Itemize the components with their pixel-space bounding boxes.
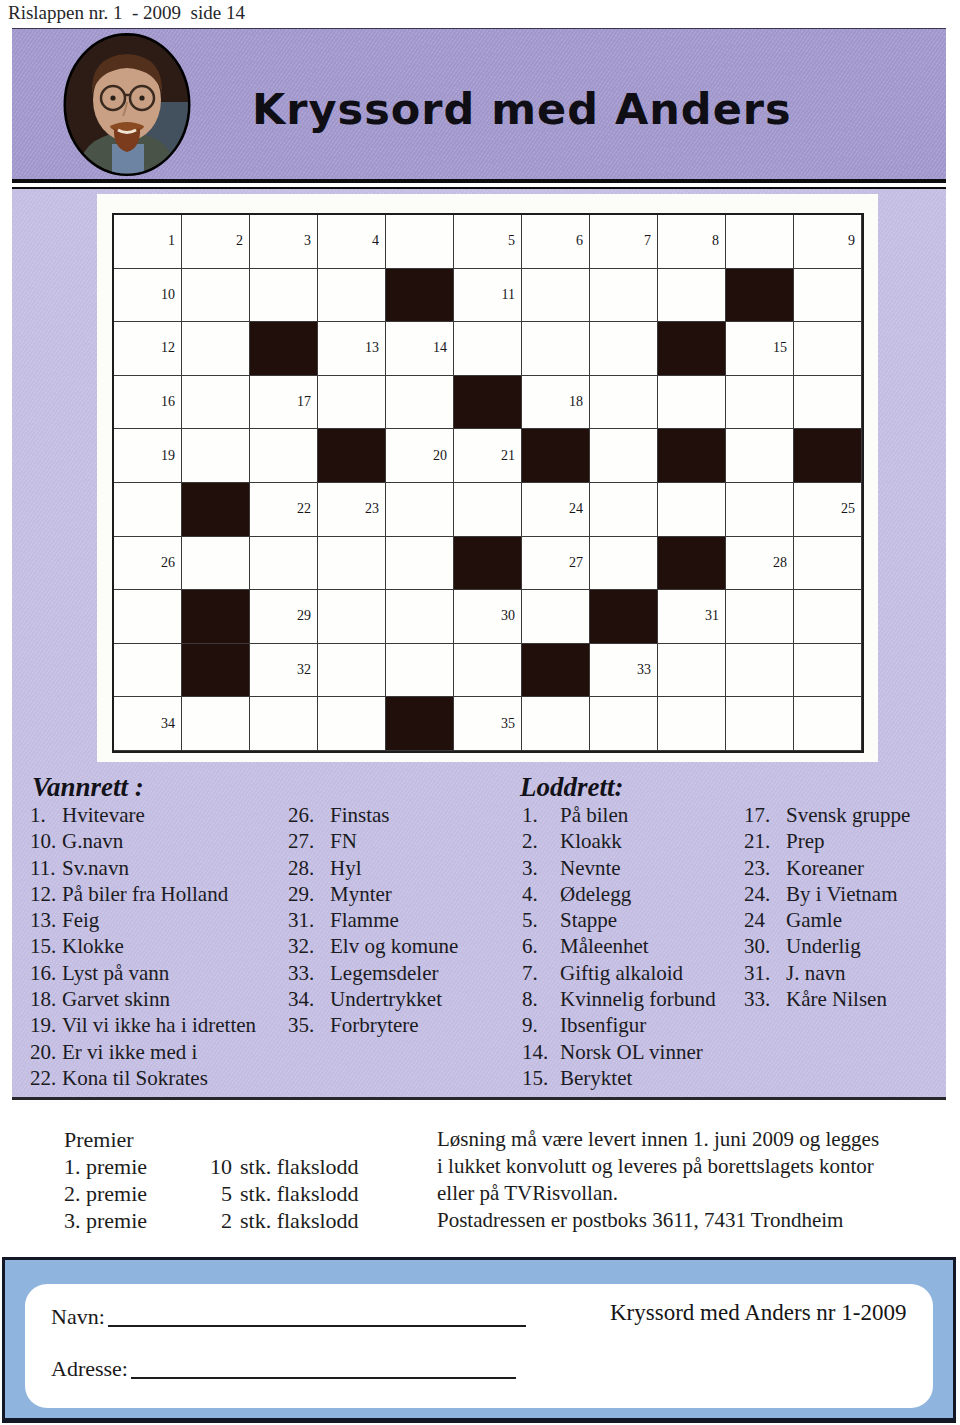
grid-cell-r3c5[interactable]: 14 bbox=[386, 322, 454, 376]
across-clue-15: 15.Klokke bbox=[30, 933, 256, 959]
clue-number-28: 28 bbox=[773, 555, 787, 571]
clue-item-number: 33. bbox=[744, 986, 786, 1012]
grid-cell-r10c4[interactable] bbox=[318, 697, 386, 751]
across-clue-26: 26.Finstas bbox=[288, 802, 458, 828]
clue-item-number: 8. bbox=[522, 986, 560, 1012]
clue-number-33: 33 bbox=[637, 662, 651, 678]
delivery-line-4: Postadressen er postboks 3611, 7431 Tron… bbox=[437, 1207, 937, 1234]
grid-cell-r8c10[interactable] bbox=[726, 590, 794, 644]
clue-number-35: 35 bbox=[501, 716, 515, 732]
clue-item-text: Kåre Nilsen bbox=[786, 986, 887, 1012]
grid-cell-r9c2 bbox=[182, 644, 250, 698]
clue-item-number: 1. bbox=[522, 802, 560, 828]
across-clue-12: 12.På biler fra Holland bbox=[30, 881, 256, 907]
clue-item-number: 32. bbox=[288, 933, 330, 959]
clue-item-text: Forbrytere bbox=[330, 1012, 419, 1038]
grid-cell-r3c1[interactable]: 12 bbox=[114, 322, 182, 376]
down-clue-17: 17.Svensk gruppe bbox=[744, 802, 910, 828]
grid-cell-r5c8[interactable] bbox=[590, 429, 658, 483]
grid-cell-r6c8[interactable] bbox=[590, 483, 658, 537]
grid-cell-r7c4[interactable] bbox=[318, 537, 386, 591]
across-clue-1: 1.Hvitevare bbox=[30, 802, 256, 828]
grid-cell-r1c5[interactable] bbox=[386, 215, 454, 269]
clue-item-text: Mynter bbox=[330, 881, 392, 907]
down-heading: Loddrett: bbox=[520, 772, 623, 803]
clue-item-text: Norsk OL vinner bbox=[560, 1039, 703, 1065]
across-clue-33: 33.Legemsdeler bbox=[288, 960, 458, 986]
down-clue-7: 7.Giftig alkaloid bbox=[522, 960, 716, 986]
clue-item-text: Feig bbox=[62, 907, 99, 933]
prize-label: 3. premie bbox=[64, 1207, 204, 1234]
grid-cell-r4c3[interactable]: 17 bbox=[250, 376, 318, 430]
down-clue-15: 15.Beryktet bbox=[522, 1065, 716, 1091]
down-clue-24: 24.By i Vietnam bbox=[744, 881, 910, 907]
clue-item-text: Hvitevare bbox=[62, 802, 145, 828]
grid-cell-r6c2 bbox=[182, 483, 250, 537]
clue-item-number: 31. bbox=[744, 960, 786, 986]
grid-cell-r9c1[interactable] bbox=[114, 644, 182, 698]
grid-cell-r2c8[interactable] bbox=[590, 269, 658, 323]
clue-item-number: 22. bbox=[30, 1065, 62, 1091]
prize-unit: stk. flakslodd bbox=[240, 1153, 359, 1180]
clue-item-text: Prep bbox=[786, 828, 825, 854]
down-clue-33: 33.Kåre Nilsen bbox=[744, 986, 910, 1012]
clue-item-number: 9. bbox=[522, 1012, 560, 1038]
grid-cell-r3c2[interactable] bbox=[182, 322, 250, 376]
clue-item-number: 5. bbox=[522, 907, 560, 933]
grid-cell-r2c4[interactable] bbox=[318, 269, 386, 323]
grid-cell-r8c6[interactable]: 30 bbox=[454, 590, 522, 644]
grid-cell-r9c9[interactable] bbox=[658, 644, 726, 698]
grid-cell-r8c2 bbox=[182, 590, 250, 644]
grid-cell-r6c10[interactable] bbox=[726, 483, 794, 537]
across-clue-31: 31.Flamme bbox=[288, 907, 458, 933]
clue-item-number: 2. bbox=[522, 828, 560, 854]
grid-cell-r2c11[interactable] bbox=[794, 269, 862, 323]
clue-number-30: 30 bbox=[501, 608, 515, 624]
clue-item-number: 24 bbox=[744, 907, 786, 933]
grid-cell-r10c8[interactable] bbox=[590, 697, 658, 751]
prize-label: 2. premie bbox=[64, 1180, 204, 1207]
grid-cell-r2c2[interactable] bbox=[182, 269, 250, 323]
form-caption: Kryssord med Anders nr 1-2009 bbox=[610, 1300, 906, 1326]
grid-cell-r5c1[interactable]: 19 bbox=[114, 429, 182, 483]
grid-cell-r10c3[interactable] bbox=[250, 697, 318, 751]
entry-form-band: Navn: Kryssord med Anders nr 1-2009 Adre… bbox=[2, 1257, 956, 1423]
grid-cell-r9c7 bbox=[522, 644, 590, 698]
across-clue-13: 13.Feig bbox=[30, 907, 256, 933]
grid-cell-r1c2[interactable]: 2 bbox=[182, 215, 250, 269]
grid-cell-r2c7[interactable] bbox=[522, 269, 590, 323]
down-clue-9: 9.Ibsenfigur bbox=[522, 1012, 716, 1038]
grid-cell-r1c10[interactable] bbox=[726, 215, 794, 269]
clue-item-text: Lyst på vann bbox=[62, 960, 169, 986]
clue-item-text: FN bbox=[330, 828, 357, 854]
grid-cell-r1c4[interactable]: 4 bbox=[318, 215, 386, 269]
grid-cell-r3c9 bbox=[658, 322, 726, 376]
down-clues-column-2: 17.Svensk gruppe21.Prep23.Koreaner24.By … bbox=[744, 802, 910, 1012]
clue-item-number: 31. bbox=[288, 907, 330, 933]
grid-cell-r7c7[interactable]: 27 bbox=[522, 537, 590, 591]
down-clue-1: 1.På bilen bbox=[522, 802, 716, 828]
grid-cell-r5c9 bbox=[658, 429, 726, 483]
clue-number-16: 16 bbox=[161, 394, 175, 410]
clue-number-27: 27 bbox=[569, 555, 583, 571]
grid-cell-r1c1[interactable]: 1 bbox=[114, 215, 182, 269]
grid-cell-r5c6[interactable]: 21 bbox=[454, 429, 522, 483]
prize-row-3: 3. premie2stk. flakslodd bbox=[64, 1207, 359, 1234]
clue-item-number: 15. bbox=[522, 1065, 560, 1091]
grid-cell-r1c8[interactable]: 7 bbox=[590, 215, 658, 269]
grid-cell-r5c2[interactable] bbox=[182, 429, 250, 483]
down-clue-6: 6.Måleenhet bbox=[522, 933, 716, 959]
grid-cell-r2c3[interactable] bbox=[250, 269, 318, 323]
clue-item-text: Måleenhet bbox=[560, 933, 649, 959]
across-clue-27: 27.FN bbox=[288, 828, 458, 854]
delivery-line-2: i lukket konvolutt og leveres på boretts… bbox=[437, 1153, 937, 1180]
clue-item-number: 17. bbox=[744, 802, 786, 828]
divider-double-line bbox=[12, 179, 946, 189]
clue-item-text: By i Vietnam bbox=[786, 881, 898, 907]
clue-item-text: Undertrykket bbox=[330, 986, 442, 1012]
clue-item-number: 23. bbox=[744, 855, 786, 881]
grid-cell-r3c10[interactable]: 15 bbox=[726, 322, 794, 376]
down-clues-column-1: 1.På bilen2.Kloakk3.Nevnte4.Ødelegg5.Sta… bbox=[522, 802, 716, 1091]
grid-cell-r8c7[interactable] bbox=[522, 590, 590, 644]
clue-item-text: Ødelegg bbox=[560, 881, 631, 907]
clue-item-number: 15. bbox=[30, 933, 62, 959]
grid-cell-r10c1[interactable]: 34 bbox=[114, 697, 182, 751]
grid-cell-r1c7[interactable]: 6 bbox=[522, 215, 590, 269]
clue-item-text: Gamle bbox=[786, 907, 842, 933]
clue-item-number: 10. bbox=[30, 828, 62, 854]
prizes-block: Premier 1. premie10stk. flakslodd2. prem… bbox=[64, 1126, 359, 1234]
clue-number-23: 23 bbox=[365, 501, 379, 517]
across-clue-32: 32.Elv og komune bbox=[288, 933, 458, 959]
delivery-instructions: Løsning må være levert innen 1. juni 200… bbox=[437, 1126, 937, 1234]
clue-number-12: 12 bbox=[161, 340, 175, 356]
grid-cell-r10c2[interactable] bbox=[182, 697, 250, 751]
prize-quantity: 2 bbox=[204, 1207, 232, 1234]
clue-item-number: 12. bbox=[30, 881, 62, 907]
grid-cell-r5c3[interactable] bbox=[250, 429, 318, 483]
grid-cell-r4c10[interactable] bbox=[726, 376, 794, 430]
clue-number-25: 25 bbox=[841, 501, 855, 517]
grid-cell-r4c7[interactable]: 18 bbox=[522, 376, 590, 430]
clue-number-1: 1 bbox=[168, 233, 175, 249]
grid-cell-r2c10 bbox=[726, 269, 794, 323]
across-clue-19: 19.Vil vi ikke ha i idretten bbox=[30, 1012, 256, 1038]
clue-item-text: Sv.navn bbox=[62, 855, 129, 881]
clue-number-24: 24 bbox=[569, 501, 583, 517]
grid-cell-r6c6[interactable] bbox=[454, 483, 522, 537]
clue-number-6: 6 bbox=[576, 233, 583, 249]
grid-cell-r1c11[interactable]: 9 bbox=[794, 215, 862, 269]
prize-quantity: 5 bbox=[204, 1180, 232, 1207]
clue-item-number: 35. bbox=[288, 1012, 330, 1038]
across-clue-29: 29.Mynter bbox=[288, 881, 458, 907]
clue-item-number: 18. bbox=[30, 986, 62, 1012]
clue-item-text: Garvet skinn bbox=[62, 986, 170, 1012]
grid-cell-r10c11[interactable] bbox=[794, 697, 862, 751]
grid-cell-r8c4[interactable] bbox=[318, 590, 386, 644]
grid-cell-r3c3 bbox=[250, 322, 318, 376]
across-clue-11: 11.Sv.navn bbox=[30, 855, 256, 881]
grid-cell-r8c11[interactable] bbox=[794, 590, 862, 644]
grid-cell-r8c5[interactable] bbox=[386, 590, 454, 644]
clue-item-number: 28. bbox=[288, 855, 330, 881]
grid-cell-r2c6[interactable]: 11 bbox=[454, 269, 522, 323]
clue-item-text: Svensk gruppe bbox=[786, 802, 910, 828]
grid-cell-r6c5[interactable] bbox=[386, 483, 454, 537]
grid-cell-r5c10[interactable] bbox=[726, 429, 794, 483]
clue-number-20: 20 bbox=[433, 448, 447, 464]
grid-cell-r9c3[interactable]: 32 bbox=[250, 644, 318, 698]
grid-cell-r7c5[interactable] bbox=[386, 537, 454, 591]
grid-cell-r6c4[interactable]: 23 bbox=[318, 483, 386, 537]
clue-number-13: 13 bbox=[365, 340, 379, 356]
grid-cell-r4c11[interactable] bbox=[794, 376, 862, 430]
clue-item-text: Beryktet bbox=[560, 1065, 632, 1091]
grid-cell-r2c9[interactable] bbox=[658, 269, 726, 323]
delivery-line-3: eller på TVRisvollan. bbox=[437, 1180, 937, 1207]
prizes-heading: Premier bbox=[64, 1126, 359, 1153]
grid-cell-r10c9[interactable] bbox=[658, 697, 726, 751]
across-clue-10: 10.G.navn bbox=[30, 828, 256, 854]
clue-item-number: 6. bbox=[522, 933, 560, 959]
title-banner: Kryssord med Anders bbox=[12, 28, 946, 179]
clue-number-10: 10 bbox=[161, 287, 175, 303]
clue-item-number: 30. bbox=[744, 933, 786, 959]
prize-row-1: 1. premie10stk. flakslodd bbox=[64, 1153, 359, 1180]
clue-item-text: På bilen bbox=[560, 802, 628, 828]
across-clue-22: 22.Kona til Sokrates bbox=[30, 1065, 256, 1091]
grid-cell-r5c4 bbox=[318, 429, 386, 483]
grid-cell-r4c9[interactable] bbox=[658, 376, 726, 430]
grid-cell-r1c9[interactable]: 8 bbox=[658, 215, 726, 269]
clue-item-text: Klokke bbox=[62, 933, 124, 959]
across-clues-column-1: 1.Hvitevare10.G.navn11.Sv.navn12.På bile… bbox=[30, 802, 256, 1091]
down-clue-24: 24Gamle bbox=[744, 907, 910, 933]
clue-item-number: 3. bbox=[522, 855, 560, 881]
clue-item-number: 24. bbox=[744, 881, 786, 907]
grid-cell-r4c1[interactable]: 16 bbox=[114, 376, 182, 430]
across-clue-34: 34.Undertrykket bbox=[288, 986, 458, 1012]
address-input-line[interactable] bbox=[131, 1377, 516, 1379]
grid-cell-r4c5[interactable] bbox=[386, 376, 454, 430]
clue-item-number: 16. bbox=[30, 960, 62, 986]
grid-cell-r8c8 bbox=[590, 590, 658, 644]
across-heading: Vannrett : bbox=[32, 772, 144, 803]
grid-cell-r10c7[interactable] bbox=[522, 697, 590, 751]
clue-item-number: 29. bbox=[288, 881, 330, 907]
clue-item-text: Ibsenfigur bbox=[560, 1012, 646, 1038]
clue-item-text: Stappe bbox=[560, 907, 617, 933]
clue-number-4: 4 bbox=[372, 233, 379, 249]
delivery-line-1: Løsning må være levert innen 1. juni 200… bbox=[437, 1126, 937, 1153]
clue-number-22: 22 bbox=[297, 501, 311, 517]
grid-cell-r7c6 bbox=[454, 537, 522, 591]
grid-cell-r7c10[interactable]: 28 bbox=[726, 537, 794, 591]
prize-unit: stk. flakslodd bbox=[240, 1207, 359, 1234]
grid-cell-r7c8[interactable] bbox=[590, 537, 658, 591]
clue-item-number: 4. bbox=[522, 881, 560, 907]
clue-item-number: 1. bbox=[30, 802, 62, 828]
clue-item-number: 7. bbox=[522, 960, 560, 986]
prize-unit: stk. flakslodd bbox=[240, 1180, 359, 1207]
grid-cell-r6c3[interactable]: 22 bbox=[250, 483, 318, 537]
clue-item-number: 33. bbox=[288, 960, 330, 986]
grid-cell-r6c9[interactable] bbox=[658, 483, 726, 537]
clue-number-18: 18 bbox=[569, 394, 583, 410]
grid-cell-r4c8[interactable] bbox=[590, 376, 658, 430]
clue-item-text: Kvinnelig forbund bbox=[560, 986, 716, 1012]
clue-number-3: 3 bbox=[304, 233, 311, 249]
clue-number-15: 15 bbox=[773, 340, 787, 356]
clue-number-9: 9 bbox=[848, 233, 855, 249]
clue-number-14: 14 bbox=[433, 340, 447, 356]
grid-cell-r6c1[interactable] bbox=[114, 483, 182, 537]
down-clue-3: 3.Nevnte bbox=[522, 855, 716, 881]
grid-cell-r3c4[interactable]: 13 bbox=[318, 322, 386, 376]
grid-cell-r4c2[interactable] bbox=[182, 376, 250, 430]
clue-item-number: 34. bbox=[288, 986, 330, 1012]
grid-cell-r3c8[interactable] bbox=[590, 322, 658, 376]
across-clues-column-2: 26.Finstas27.FN28.Hyl29.Mynter31.Flamme3… bbox=[288, 802, 458, 1039]
clue-item-number: 20. bbox=[30, 1039, 62, 1065]
page-header: Rislappen nr. 1 - 2009 side 14 bbox=[8, 2, 245, 24]
clue-item-text: Kona til Sokrates bbox=[62, 1065, 208, 1091]
grid-cell-r8c9[interactable]: 31 bbox=[658, 590, 726, 644]
banner-title: Kryssord med Anders bbox=[252, 84, 792, 134]
grid-cell-r9c8[interactable]: 33 bbox=[590, 644, 658, 698]
clue-item-text: Vil vi ikke ha i idretten bbox=[62, 1012, 256, 1038]
down-clue-30: 30.Underlig bbox=[744, 933, 910, 959]
prize-label: 1. premie bbox=[64, 1153, 204, 1180]
down-clue-4: 4.Ødelegg bbox=[522, 881, 716, 907]
grid-cell-r9c10[interactable] bbox=[726, 644, 794, 698]
clue-item-text: J. navn bbox=[786, 960, 846, 986]
grid-cell-r7c9 bbox=[658, 537, 726, 591]
across-clue-16: 16.Lyst på vann bbox=[30, 960, 256, 986]
clue-item-number: 13. bbox=[30, 907, 62, 933]
grid-cell-r2c1[interactable]: 10 bbox=[114, 269, 182, 323]
grid-cell-r6c11[interactable]: 25 bbox=[794, 483, 862, 537]
down-clue-2: 2.Kloakk bbox=[522, 828, 716, 854]
clue-item-number: 14. bbox=[522, 1039, 560, 1065]
name-input-line[interactable] bbox=[108, 1325, 526, 1327]
clue-item-text: Kloakk bbox=[560, 828, 622, 854]
name-label: Navn: bbox=[51, 1304, 105, 1330]
across-clue-20: 20.Er vi ikke med i bbox=[30, 1039, 256, 1065]
down-clue-5: 5.Stappe bbox=[522, 907, 716, 933]
clue-item-number: 11. bbox=[30, 855, 62, 881]
grid-cell-r10c10[interactable] bbox=[726, 697, 794, 751]
grid-cell-r5c5[interactable]: 20 bbox=[386, 429, 454, 483]
entry-form-card: Navn: Kryssord med Anders nr 1-2009 Adre… bbox=[25, 1284, 933, 1408]
clue-number-5: 5 bbox=[508, 233, 515, 249]
grid-cell-r8c3[interactable]: 29 bbox=[250, 590, 318, 644]
grid-cell-r9c11[interactable] bbox=[794, 644, 862, 698]
grid-cell-r8c1[interactable] bbox=[114, 590, 182, 644]
clue-item-number: 19. bbox=[30, 1012, 62, 1038]
clue-number-26: 26 bbox=[161, 555, 175, 571]
address-label: Adresse: bbox=[51, 1356, 128, 1382]
grid-cell-r1c3[interactable]: 3 bbox=[250, 215, 318, 269]
clue-number-17: 17 bbox=[297, 394, 311, 410]
clue-item-text: Underlig bbox=[786, 933, 861, 959]
clue-number-31: 31 bbox=[705, 608, 719, 624]
clue-number-21: 21 bbox=[501, 448, 515, 464]
clue-item-text: Giftig alkaloid bbox=[560, 960, 683, 986]
grid-cell-r1c6[interactable]: 5 bbox=[454, 215, 522, 269]
clue-number-29: 29 bbox=[297, 608, 311, 624]
grid-cell-r7c11[interactable] bbox=[794, 537, 862, 591]
grid-cell-r4c4[interactable] bbox=[318, 376, 386, 430]
clue-item-text: Elv og komune bbox=[330, 933, 458, 959]
down-clue-31: 31.J. navn bbox=[744, 960, 910, 986]
down-clue-8: 8.Kvinnelig forbund bbox=[522, 986, 716, 1012]
clue-number-2: 2 bbox=[236, 233, 243, 249]
clue-item-number: 26. bbox=[288, 802, 330, 828]
clue-number-32: 32 bbox=[297, 662, 311, 678]
crossword-grid: 1234567891011121314151617181920212223242… bbox=[112, 213, 864, 753]
clue-number-11: 11 bbox=[502, 287, 515, 303]
anders-photo bbox=[62, 32, 192, 177]
grid-cell-r5c7 bbox=[522, 429, 590, 483]
clue-item-text: Er vi ikke med i bbox=[62, 1039, 197, 1065]
clue-number-19: 19 bbox=[161, 448, 175, 464]
grid-cell-r9c6[interactable] bbox=[454, 644, 522, 698]
across-clue-18: 18.Garvet skinn bbox=[30, 986, 256, 1012]
grid-cell-r10c6[interactable]: 35 bbox=[454, 697, 522, 751]
scanned-page: Rislappen nr. 1 - 2009 side 14 bbox=[0, 0, 960, 1425]
down-clue-14: 14.Norsk OL vinner bbox=[522, 1039, 716, 1065]
prize-row-2: 2. premie5stk. flakslodd bbox=[64, 1180, 359, 1207]
grid-cell-r7c3[interactable] bbox=[250, 537, 318, 591]
grid-cell-r7c2[interactable] bbox=[182, 537, 250, 591]
down-clue-23: 23.Koreaner bbox=[744, 855, 910, 881]
clue-item-text: Hyl bbox=[330, 855, 362, 881]
grid-cell-r2c5 bbox=[386, 269, 454, 323]
clue-item-number: 21. bbox=[744, 828, 786, 854]
grid-cell-r5c11 bbox=[794, 429, 862, 483]
grid-cell-r9c5[interactable] bbox=[386, 644, 454, 698]
grid-cell-r10c5 bbox=[386, 697, 454, 751]
clue-item-number: 27. bbox=[288, 828, 330, 854]
clue-item-text: Finstas bbox=[330, 802, 390, 828]
grid-cell-r9c4[interactable] bbox=[318, 644, 386, 698]
clue-item-text: Koreaner bbox=[786, 855, 864, 881]
clue-number-7: 7 bbox=[644, 233, 651, 249]
grid-cell-r7c1[interactable]: 26 bbox=[114, 537, 182, 591]
clue-number-34: 34 bbox=[161, 716, 175, 732]
across-clue-35: 35.Forbrytere bbox=[288, 1012, 458, 1038]
across-clue-28: 28.Hyl bbox=[288, 855, 458, 881]
grid-cell-r3c11[interactable] bbox=[794, 322, 862, 376]
prize-quantity: 10 bbox=[204, 1153, 232, 1180]
down-clue-21: 21.Prep bbox=[744, 828, 910, 854]
clue-number-8: 8 bbox=[712, 233, 719, 249]
clue-item-text: Nevnte bbox=[560, 855, 621, 881]
clue-item-text: G.navn bbox=[62, 828, 123, 854]
clue-item-text: Flamme bbox=[330, 907, 399, 933]
grid-cell-r6c7[interactable]: 24 bbox=[522, 483, 590, 537]
clue-item-text: Legemsdeler bbox=[330, 960, 438, 986]
grid-cell-r3c6[interactable] bbox=[454, 322, 522, 376]
grid-cell-r4c6 bbox=[454, 376, 522, 430]
grid-cell-r3c7[interactable] bbox=[522, 322, 590, 376]
